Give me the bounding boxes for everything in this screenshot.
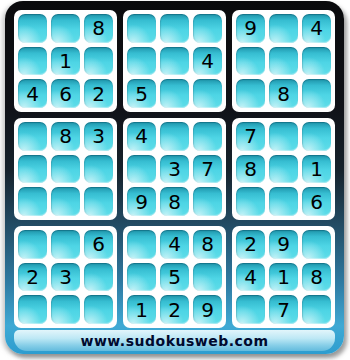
sudoku-cell[interactable] [18,155,47,184]
sudoku-cell[interactable] [84,47,113,76]
sudoku-box: 83 [14,118,117,220]
sudoku-cell[interactable] [127,47,156,76]
sudoku-cell[interactable] [51,295,80,324]
sudoku-cell[interactable] [160,122,189,151]
sudoku-cell[interactable]: 4 [302,14,331,43]
sudoku-cell[interactable]: 4 [160,230,189,259]
sudoku-cell[interactable] [51,155,80,184]
sudoku-cell[interactable] [236,187,265,216]
sudoku-cell[interactable]: 6 [84,230,113,259]
sudoku-cell[interactable]: 2 [18,263,47,292]
sudoku-cell[interactable]: 1 [269,263,298,292]
sudoku-cell[interactable]: 8 [302,263,331,292]
sudoku-cell[interactable]: 2 [236,230,265,259]
sudoku-cell[interactable]: 6 [51,79,80,108]
sudoku-cell[interactable] [84,263,113,292]
sudoku-cell[interactable] [193,79,222,108]
sudoku-box: 43798 [123,118,226,220]
sudoku-cell[interactable] [193,263,222,292]
sudoku-cell[interactable] [127,155,156,184]
footer-band: www.sudokusweb.com [14,330,335,351]
sudoku-cell[interactable]: 5 [127,79,156,108]
sudoku-cell[interactable] [18,230,47,259]
sudoku-box: 623 [14,226,117,328]
sudoku-box: 81462 [14,10,117,112]
sudoku-cell[interactable]: 8 [269,79,298,108]
sudoku-cell[interactable]: 7 [236,122,265,151]
sudoku-cell[interactable] [236,295,265,324]
sudoku-cell[interactable] [18,187,47,216]
sudoku-cell[interactable] [51,230,80,259]
sudoku-cell[interactable] [18,295,47,324]
sudoku-cell[interactable]: 8 [84,14,113,43]
sudoku-cell[interactable] [269,187,298,216]
sudoku-cell[interactable]: 3 [84,122,113,151]
sudoku-cell[interactable] [51,187,80,216]
sudoku-cell[interactable] [302,79,331,108]
sudoku-cell[interactable]: 9 [236,14,265,43]
sudoku-cell[interactable] [160,14,189,43]
sudoku-cell[interactable]: 4 [127,122,156,151]
sudoku-cell[interactable]: 1 [127,295,156,324]
sudoku-cell[interactable]: 7 [269,295,298,324]
sudoku-cell[interactable]: 8 [160,187,189,216]
sudoku-cell[interactable]: 4 [18,79,47,108]
sudoku-cell[interactable] [84,295,113,324]
sudoku-cell[interactable] [18,14,47,43]
sudoku-grid: 814624594883437987816623485129294187 [14,10,335,328]
sudoku-cell[interactable] [51,14,80,43]
sudoku-cell[interactable] [302,122,331,151]
sudoku-page: 814624594883437987816623485129294187 www… [0,0,350,360]
sudoku-cell[interactable] [269,122,298,151]
sudoku-cell[interactable]: 8 [193,230,222,259]
sudoku-cell[interactable]: 3 [160,155,189,184]
sudoku-cell[interactable]: 3 [51,263,80,292]
sudoku-cell[interactable] [127,230,156,259]
sudoku-box: 485129 [123,226,226,328]
sudoku-cell[interactable]: 9 [269,230,298,259]
sudoku-cell[interactable] [236,47,265,76]
sudoku-cell[interactable] [18,122,47,151]
site-link[interactable]: www.sudokusweb.com [80,333,268,349]
sudoku-cell[interactable] [84,187,113,216]
sudoku-cell[interactable]: 4 [236,263,265,292]
sudoku-box: 7816 [232,118,335,220]
sudoku-board-frame: 814624594883437987816623485129294187 www… [5,1,344,354]
sudoku-cell[interactable] [193,14,222,43]
sudoku-cell[interactable] [269,14,298,43]
sudoku-cell[interactable]: 6 [302,187,331,216]
sudoku-cell[interactable]: 2 [84,79,113,108]
sudoku-cell[interactable]: 8 [236,155,265,184]
sudoku-cell[interactable]: 9 [193,295,222,324]
sudoku-cell[interactable]: 1 [302,155,331,184]
sudoku-cell[interactable]: 9 [127,187,156,216]
sudoku-cell[interactable] [269,155,298,184]
sudoku-cell[interactable]: 4 [193,47,222,76]
sudoku-cell[interactable] [127,263,156,292]
sudoku-cell[interactable]: 7 [193,155,222,184]
sudoku-cell[interactable] [193,187,222,216]
sudoku-box: 45 [123,10,226,112]
sudoku-cell[interactable] [236,79,265,108]
sudoku-cell[interactable] [269,47,298,76]
sudoku-cell[interactable] [84,155,113,184]
sudoku-box: 948 [232,10,335,112]
sudoku-cell[interactable] [160,79,189,108]
sudoku-cell[interactable] [18,47,47,76]
sudoku-box: 294187 [232,226,335,328]
sudoku-cell[interactable] [193,122,222,151]
sudoku-cell[interactable] [302,47,331,76]
sudoku-cell[interactable] [302,295,331,324]
sudoku-cell[interactable] [302,230,331,259]
sudoku-cell[interactable] [127,14,156,43]
sudoku-cell[interactable]: 1 [51,47,80,76]
sudoku-cell[interactable]: 8 [51,122,80,151]
sudoku-cell[interactable]: 5 [160,263,189,292]
sudoku-cell[interactable]: 2 [160,295,189,324]
sudoku-cell[interactable] [160,47,189,76]
